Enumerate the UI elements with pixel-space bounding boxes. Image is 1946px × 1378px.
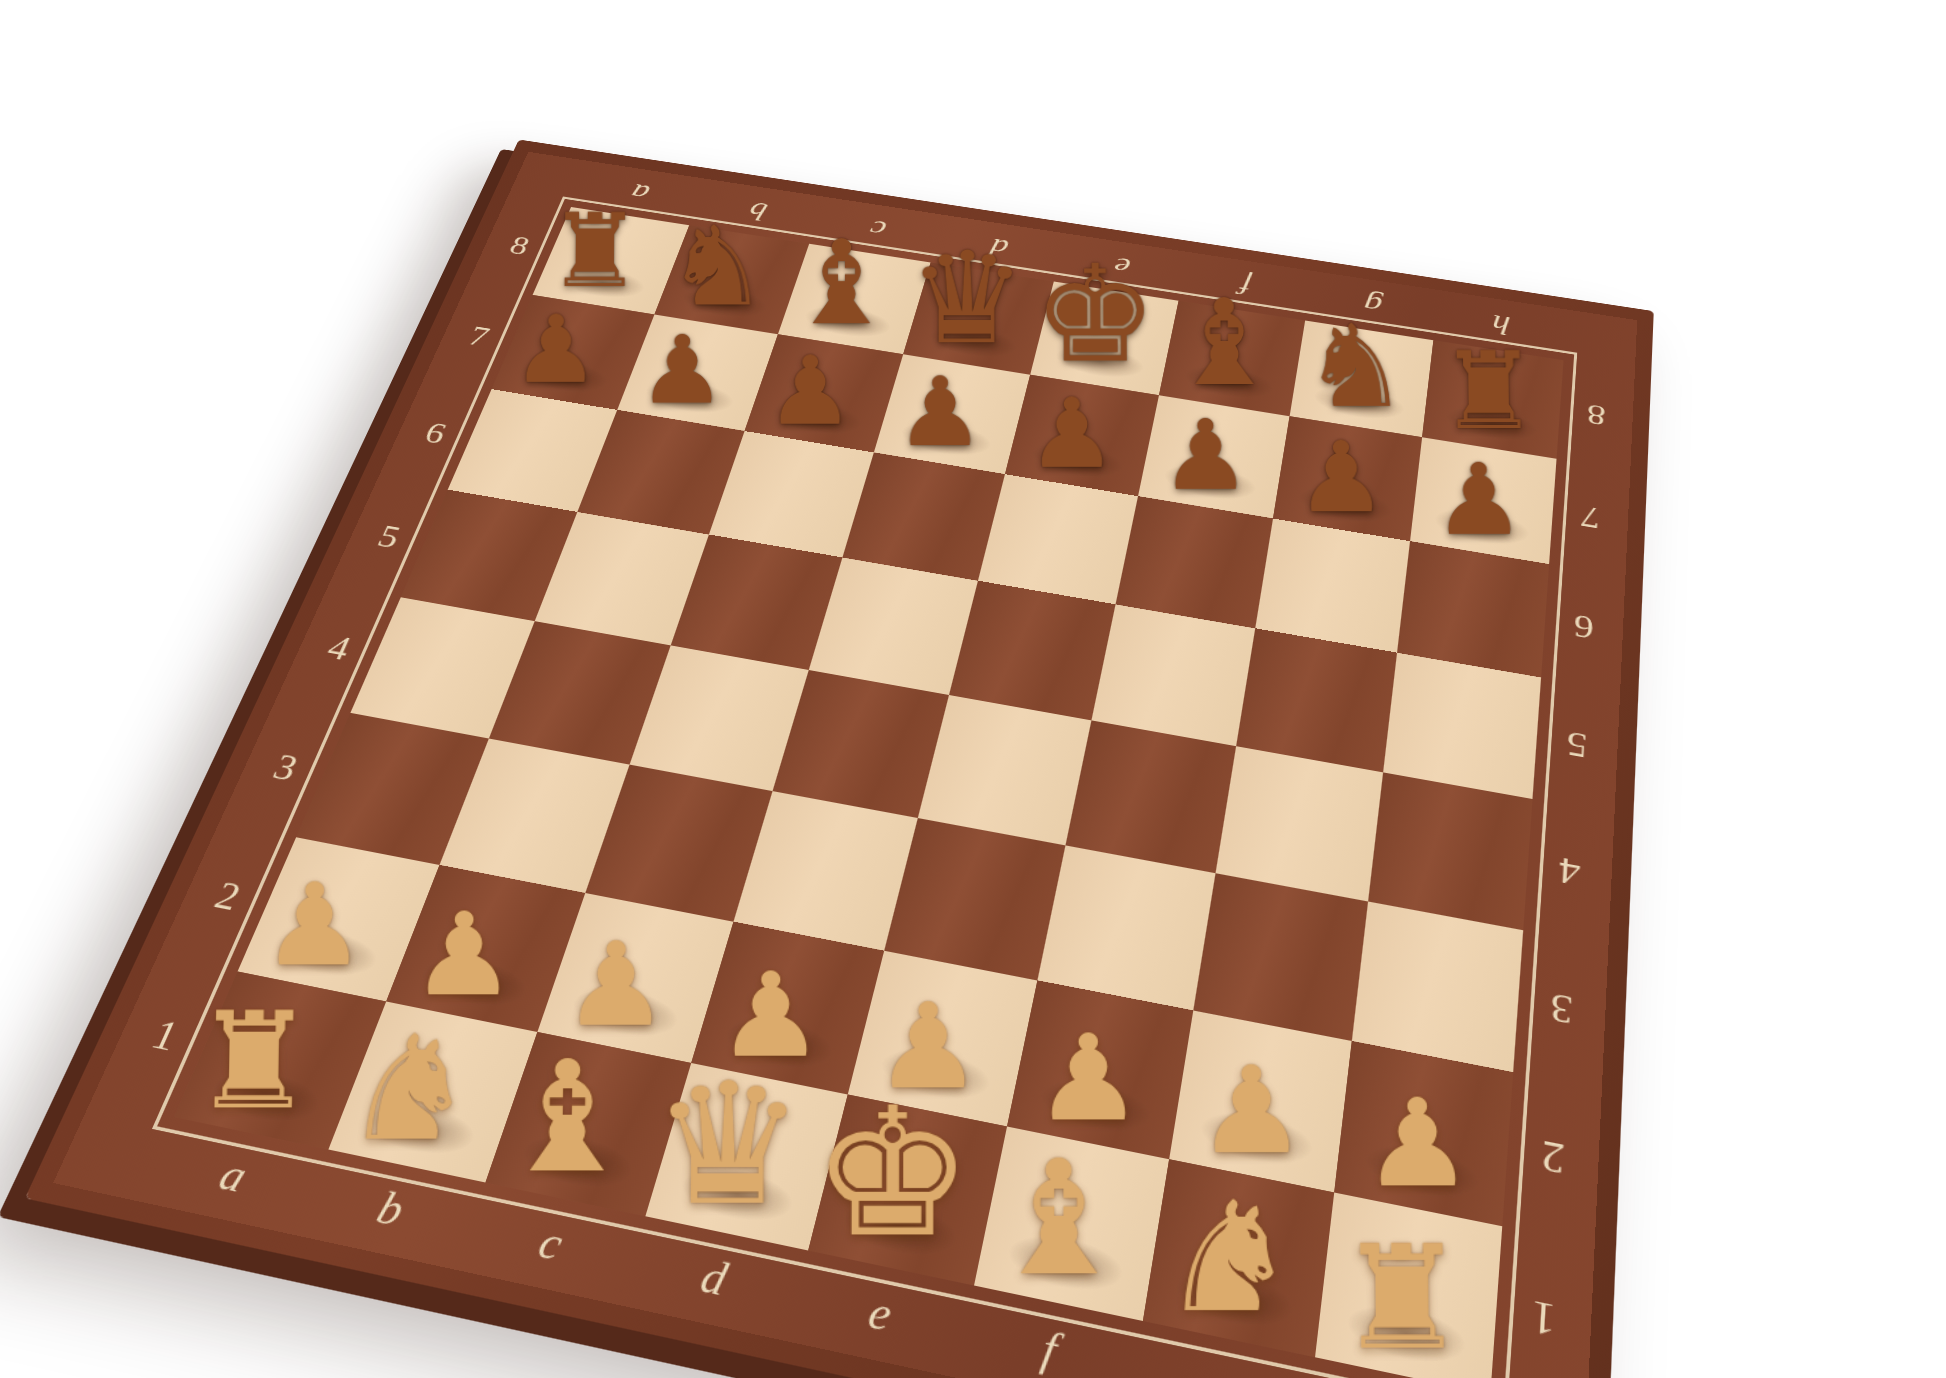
rank-label-text: 5 (372, 517, 406, 555)
rank-label-text: 2 (1540, 1129, 1566, 1184)
piece-black-pawn-b7: ♟ (616, 323, 749, 417)
file-label-text: d (695, 1248, 733, 1307)
piece-white-queen-d1: ♛ (644, 1060, 813, 1228)
square-f3 (1037, 845, 1215, 1010)
piece-white-knight-b1: ♞ (326, 1016, 493, 1161)
rank-label-right-5: 5 (1532, 677, 1620, 813)
piece-white-bishop-f1: ♝ (973, 1139, 1145, 1298)
rank-label-text: 6 (420, 415, 452, 451)
piece-white-pawn-g2: ♟ (1168, 1050, 1334, 1170)
file-label-text: c (532, 1215, 569, 1272)
square-h2: ♟ (1334, 1041, 1513, 1226)
rank-label-text: 4 (322, 627, 358, 668)
rank-label-text: 4 (1558, 848, 1582, 895)
file-label-text: b (370, 1181, 411, 1238)
chess-board: abcdefgh8♜♞♝♛♚♝♞♜87♟♟♟♟♟♟♟♟7665544332♟♟♟… (25, 140, 1654, 1378)
rank-label-text: 6 (1573, 606, 1595, 646)
piece-black-pawn-e7: ♟ (1004, 385, 1139, 482)
square-h1: ♜ (1315, 1192, 1502, 1378)
file-label-text: g (1206, 1355, 1238, 1378)
file-label-text: e (864, 1284, 897, 1343)
rank-label-text: 5 (1565, 723, 1588, 766)
board-grid: abcdefgh8♜♞♝♛♚♝♞♜87♟♟♟♟♟♟♟♟7665544332♟♟♟… (53, 152, 1637, 1378)
board-frame: abcdefgh8♜♞♝♛♚♝♞♜87♟♟♟♟♟♟♟♟7665544332♟♟♟… (53, 152, 1637, 1378)
piece-black-bishop-c8: ♝ (777, 225, 906, 341)
piece-white-pawn-f2: ♟ (1006, 1019, 1170, 1138)
square-h8: ♜ (1422, 340, 1563, 459)
square-f5 (1091, 604, 1255, 746)
piece-black-pawn-d7: ♟ (873, 364, 1007, 460)
piece-black-pawn-h7: ♟ (1410, 450, 1549, 549)
piece-black-pawn-c7: ♟ (743, 344, 876, 439)
square-e7: ♟ (1005, 375, 1159, 497)
file-label-bottom-e: e (785, 1251, 974, 1378)
piece-black-rook-h8: ♜ (1421, 338, 1556, 445)
rank-label-text: 8 (1586, 397, 1607, 432)
rank-label-right-4: 4 (1523, 799, 1614, 946)
piece-black-king-e8: ♚ (1030, 248, 1161, 382)
square-f7: ♟ (1138, 395, 1290, 518)
rank-label-right-8: 8 (1557, 360, 1635, 470)
square-g2: ♟ (1169, 1010, 1352, 1192)
square-g7: ♟ (1273, 416, 1422, 541)
file-label-text: f (1038, 1320, 1062, 1378)
square-f1: ♝ (974, 1127, 1169, 1321)
square-f6 (1116, 496, 1273, 628)
piece-black-pawn-f7: ♟ (1137, 407, 1273, 504)
chessboard-photo: abcdefgh8♜♞♝♛♚♝♞♜87♟♟♟♟♟♟♟♟7665544332♟♟♟… (0, 0, 1946, 1378)
file-label-text: a (212, 1148, 255, 1204)
rank-label-text: 8 (505, 230, 534, 261)
rank-label-text: 3 (1549, 983, 1574, 1034)
rank-label-right-1: 1 (1490, 1226, 1594, 1378)
piece-white-pawn-a2: ♟ (235, 868, 394, 982)
piece-black-pawn-g7: ♟ (1272, 428, 1410, 526)
file-label-bottom-a: a (137, 1117, 328, 1235)
rank-label-right-2: 2 (1502, 1072, 1602, 1245)
piece-white-pawn-h2: ♟ (1334, 1083, 1502, 1205)
piece-black-pawn-a7: ♟ (490, 303, 622, 397)
piece-white-pawn-c2: ♟ (535, 927, 696, 1043)
square-h5 (1383, 653, 1541, 799)
square-g4 (1216, 746, 1384, 901)
piece-black-knight-b8: ♞ (653, 212, 781, 322)
piece-white-rook-a1: ♜ (171, 995, 337, 1129)
piece-white-pawn-b2: ♟ (384, 897, 544, 1012)
rank-label-right-3: 3 (1513, 930, 1608, 1089)
piece-black-knight-g8: ♞ (1289, 309, 1422, 423)
square-h7: ♟ (1410, 437, 1557, 564)
piece-white-knight-g1: ♞ (1142, 1181, 1316, 1333)
file-label-bottom-f: f (955, 1285, 1143, 1378)
piece-black-queen-d8: ♛ (902, 235, 1032, 362)
piece-black-bishop-f8: ♝ (1158, 283, 1290, 402)
piece-white-rook-h1: ♜ (1314, 1227, 1490, 1370)
piece-white-king-e1: ♚ (807, 1085, 977, 1263)
rank-label-right-7: 7 (1549, 459, 1630, 577)
piece-black-rook-a8: ♜ (531, 200, 659, 302)
square-h3 (1352, 901, 1523, 1072)
rank-label-text: 3 (267, 745, 305, 789)
rank-label-text: 1 (1530, 1288, 1557, 1348)
square-c5 (671, 534, 843, 670)
file-label-bottom-d: d (619, 1216, 808, 1341)
rank-label-right-6: 6 (1541, 564, 1625, 691)
piece-white-bishop-c1: ♝ (483, 1040, 651, 1194)
board-perspective-wrapper: abcdefgh8♜♞♝♛♚♝♞♜87♟♟♟♟♟♟♟♟7665544332♟♟♟… (25, 140, 1654, 1378)
square-g1: ♞ (1143, 1159, 1334, 1357)
square-e5 (949, 581, 1116, 721)
rank-label-text: 7 (1580, 498, 1601, 536)
